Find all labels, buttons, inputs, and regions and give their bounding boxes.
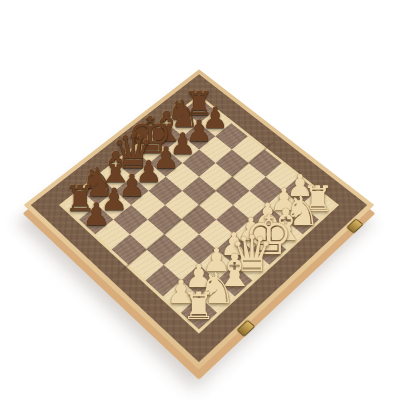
chess-board	[24, 69, 375, 369]
chess-set-photo: chess ♜♞♟♝♟♚♟♛♟♝♟♞♟♟♜♟♟♜♟♟♞♟♝♟♚♟♛♟♝♟♞♜	[0, 0, 400, 400]
squares-grid	[59, 95, 339, 334]
board-face	[24, 69, 375, 369]
